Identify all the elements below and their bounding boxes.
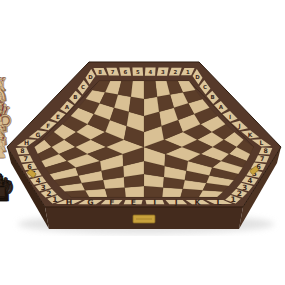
edge-label: 6 — [123, 69, 127, 75]
edge-label: G — [35, 131, 40, 138]
edge-label: 1 — [52, 195, 57, 204]
edge-label: G — [87, 198, 93, 207]
three-player-chess-photo: HGFEIJKLHGFEABCDLKJIABCD1234567812345678… — [0, 0, 285, 285]
edge-label: C — [81, 84, 85, 90]
edge-label: 8 — [263, 147, 267, 154]
edge-label: D — [88, 74, 93, 80]
edge-label: 2 — [46, 189, 51, 198]
edge-label: F — [109, 198, 114, 207]
edge-label: E — [56, 114, 60, 120]
edge-label: 2 — [237, 189, 242, 198]
edge-label: A — [219, 104, 224, 110]
piece-dark-rook[interactable]: ♜ — [0, 178, 11, 206]
cell-E1[interactable] — [125, 186, 144, 197]
edge-label: B — [211, 94, 215, 100]
edge-label: F — [46, 123, 50, 129]
edge-label: L — [216, 198, 221, 207]
edge-label: H — [24, 139, 29, 146]
edge-label: 2 — [173, 69, 177, 75]
edge-label: K — [195, 198, 202, 207]
edge-label: 4 — [247, 177, 252, 185]
edge-label: D — [195, 74, 200, 80]
edge-label: C — [203, 84, 207, 90]
edge-label: 4 — [36, 177, 41, 185]
chess-board-svg: HGFEIJKLHGFEABCDLKJIABCD1234567812345678… — [0, 0, 285, 285]
edge-label: A — [65, 104, 70, 110]
edge-label: 3 — [41, 183, 46, 192]
edge-label: 7 — [260, 155, 264, 163]
edge-label: K — [248, 131, 253, 138]
edge-label: L — [259, 139, 263, 146]
edge-label: J — [174, 198, 178, 207]
edge-label: 4 — [148, 69, 152, 75]
edge-label: 8 — [20, 147, 24, 154]
cell-D5[interactable] — [131, 81, 144, 99]
edge-label: 7 — [111, 69, 115, 75]
cell-J1[interactable] — [162, 187, 183, 197]
edge-label: 3 — [161, 69, 165, 75]
cell-D4[interactable] — [144, 81, 157, 99]
cell-F1[interactable] — [105, 187, 126, 197]
edge-label: 5 — [136, 69, 140, 75]
edge-label: B — [73, 94, 77, 100]
edge-label: 1 — [230, 195, 235, 204]
cell-I1[interactable] — [144, 186, 163, 197]
edge-label: I — [153, 198, 156, 207]
edge-label: 8 — [98, 69, 102, 75]
edge-label: 7 — [24, 155, 28, 163]
edge-label: 1 — [186, 69, 190, 75]
edge-label: I — [229, 114, 231, 120]
edge-label: J — [238, 123, 241, 130]
edge-label: H — [66, 198, 73, 207]
piece-white-pawn[interactable]: ♟ — [0, 144, 8, 162]
edge-label: E — [131, 198, 136, 207]
